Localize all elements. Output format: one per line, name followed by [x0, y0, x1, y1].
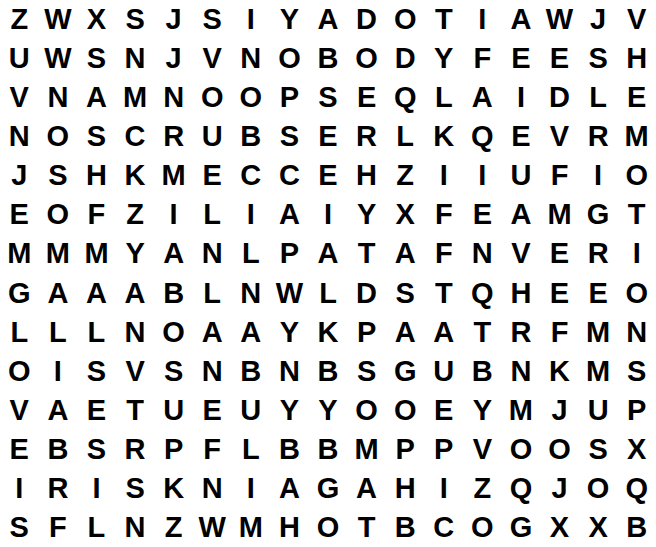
cell-r3c14[interactable]: I [502, 78, 541, 117]
cell-r14c9[interactable]: O [309, 508, 348, 547]
cell-r4c13[interactable]: Q [463, 117, 502, 156]
cell-r9c1[interactable]: L [0, 313, 39, 352]
cell-r5c3[interactable]: H [77, 156, 116, 195]
cell-r3c3[interactable]: A [77, 78, 116, 117]
cell-r12c17[interactable]: X [617, 430, 656, 469]
cell-r3c11[interactable]: Q [386, 78, 425, 117]
cell-r14c3[interactable]: L [77, 508, 116, 547]
cell-r11c9[interactable]: Y [309, 391, 348, 430]
cell-r5c10[interactable]: H [347, 156, 386, 195]
cell-r4c9[interactable]: E [309, 117, 348, 156]
cell-r12c13[interactable]: V [463, 430, 502, 469]
cell-r9c5[interactable]: O [154, 313, 193, 352]
cell-r7c10[interactable]: T [347, 234, 386, 273]
cell-r1c9[interactable]: A [309, 0, 348, 39]
cell-r5c4[interactable]: K [116, 156, 155, 195]
cell-r2c8[interactable]: O [270, 39, 309, 78]
cell-r10c8[interactable]: N [270, 352, 309, 391]
cell-r4c2[interactable]: O [39, 117, 78, 156]
cell-r3c2[interactable]: N [39, 78, 78, 117]
cell-r4c17[interactable]: M [617, 117, 656, 156]
cell-r11c12[interactable]: E [424, 391, 463, 430]
cell-r5c14[interactable]: U [502, 156, 541, 195]
word-search-grid: ZWXSJSIYADOTIAWJVUWSNJVNOBODYFEESHVNAMNO… [0, 0, 656, 547]
cell-r11c7[interactable]: U [232, 391, 271, 430]
cell-r5c13[interactable]: I [463, 156, 502, 195]
cell-r6c10[interactable]: Y [347, 195, 386, 234]
cell-r1c16[interactable]: J [579, 0, 618, 39]
cell-r2c14[interactable]: E [502, 39, 541, 78]
cell-r3c8[interactable]: P [270, 78, 309, 117]
cell-r13c1[interactable]: I [0, 469, 39, 508]
cell-r8c13[interactable]: Q [463, 274, 502, 313]
cell-r10c5[interactable]: S [154, 352, 193, 391]
cell-r5c1[interactable]: J [0, 156, 39, 195]
cell-r4c5[interactable]: R [154, 117, 193, 156]
cell-r7c6[interactable]: N [193, 234, 232, 273]
cell-r8c12[interactable]: T [424, 274, 463, 313]
cell-r1c17[interactable]: V [617, 0, 656, 39]
cell-r13c6[interactable]: N [193, 469, 232, 508]
cell-r10c11[interactable]: G [386, 352, 425, 391]
cell-r13c3[interactable]: I [77, 469, 116, 508]
cell-r11c1[interactable]: V [0, 391, 39, 430]
cell-r8c4[interactable]: A [116, 274, 155, 313]
cell-r4c11[interactable]: L [386, 117, 425, 156]
cell-r4c10[interactable]: R [347, 117, 386, 156]
cell-r4c3[interactable]: S [77, 117, 116, 156]
cell-r8c10[interactable]: D [347, 274, 386, 313]
cell-r8c3[interactable]: A [77, 274, 116, 313]
cell-r2c11[interactable]: D [386, 39, 425, 78]
cell-r8c7[interactable]: N [232, 274, 271, 313]
cell-r14c17[interactable]: B [617, 508, 656, 547]
cell-r2c10[interactable]: O [347, 39, 386, 78]
cell-r1c2[interactable]: W [39, 0, 78, 39]
cell-r6c15[interactable]: M [540, 195, 579, 234]
cell-r12c14[interactable]: O [502, 430, 541, 469]
cell-r12c12[interactable]: P [424, 430, 463, 469]
cell-r8c9[interactable]: L [309, 274, 348, 313]
cell-r5c17[interactable]: O [617, 156, 656, 195]
cell-r11c5[interactable]: U [154, 391, 193, 430]
cell-r8c6[interactable]: L [193, 274, 232, 313]
cell-r12c10[interactable]: M [347, 430, 386, 469]
cell-r9c9[interactable]: K [309, 313, 348, 352]
cell-r10c1[interactable]: O [0, 352, 39, 391]
cell-r10c4[interactable]: V [116, 352, 155, 391]
cell-r1c6[interactable]: S [193, 0, 232, 39]
cell-r3c5[interactable]: N [154, 78, 193, 117]
cell-r8c15[interactable]: E [540, 274, 579, 313]
cell-r10c9[interactable]: B [309, 352, 348, 391]
cell-r12c8[interactable]: B [270, 430, 309, 469]
cell-r13c5[interactable]: K [154, 469, 193, 508]
cell-r12c16[interactable]: S [579, 430, 618, 469]
cell-r10c7[interactable]: B [232, 352, 271, 391]
cell-r12c9[interactable]: B [309, 430, 348, 469]
cell-r6c2[interactable]: O [39, 195, 78, 234]
cell-r2c17[interactable]: H [617, 39, 656, 78]
cell-r13c13[interactable]: Z [463, 469, 502, 508]
cell-r14c4[interactable]: N [116, 508, 155, 547]
cell-r10c14[interactable]: N [502, 352, 541, 391]
cell-r6c1[interactable]: E [0, 195, 39, 234]
cell-r12c4[interactable]: R [116, 430, 155, 469]
cell-r9c17[interactable]: N [617, 313, 656, 352]
cell-r5c16[interactable]: I [579, 156, 618, 195]
cell-r8c8[interactable]: W [270, 274, 309, 313]
cell-r7c15[interactable]: E [540, 234, 579, 273]
cell-r2c1[interactable]: U [0, 39, 39, 78]
cell-r14c14[interactable]: G [502, 508, 541, 547]
cell-r10c15[interactable]: K [540, 352, 579, 391]
cell-r9c15[interactable]: F [540, 313, 579, 352]
cell-r14c13[interactable]: O [463, 508, 502, 547]
cell-r3c7[interactable]: O [232, 78, 271, 117]
cell-r2c7[interactable]: N [232, 39, 271, 78]
cell-r5c8[interactable]: C [270, 156, 309, 195]
cell-r3c9[interactable]: S [309, 78, 348, 117]
cell-r7c5[interactable]: A [154, 234, 193, 273]
cell-r7c12[interactable]: F [424, 234, 463, 273]
cell-r5c2[interactable]: S [39, 156, 78, 195]
cell-r8c1[interactable]: G [0, 274, 39, 313]
cell-r2c4[interactable]: N [116, 39, 155, 78]
cell-r5c9[interactable]: E [309, 156, 348, 195]
cell-r8c16[interactable]: E [579, 274, 618, 313]
cell-r3c13[interactable]: A [463, 78, 502, 117]
cell-r3c16[interactable]: L [579, 78, 618, 117]
cell-r4c15[interactable]: V [540, 117, 579, 156]
cell-r11c16[interactable]: U [579, 391, 618, 430]
cell-r13c16[interactable]: O [579, 469, 618, 508]
cell-r9c3[interactable]: L [77, 313, 116, 352]
cell-r3c4[interactable]: M [116, 78, 155, 117]
cell-r1c1[interactable]: Z [0, 0, 39, 39]
cell-r13c12[interactable]: I [424, 469, 463, 508]
cell-r7c11[interactable]: A [386, 234, 425, 273]
cell-r7c8[interactable]: P [270, 234, 309, 273]
cell-r7c14[interactable]: V [502, 234, 541, 273]
cell-r9c16[interactable]: M [579, 313, 618, 352]
cell-r10c13[interactable]: B [463, 352, 502, 391]
cell-r7c3[interactable]: M [77, 234, 116, 273]
cell-r13c10[interactable]: A [347, 469, 386, 508]
cell-r14c1[interactable]: S [0, 508, 39, 547]
cell-r8c17[interactable]: O [617, 274, 656, 313]
cell-r14c2[interactable]: F [39, 508, 78, 547]
cell-r6c9[interactable]: I [309, 195, 348, 234]
cell-r6c7[interactable]: I [232, 195, 271, 234]
cell-r2c9[interactable]: B [309, 39, 348, 78]
cell-r10c6[interactable]: N [193, 352, 232, 391]
cell-r9c4[interactable]: N [116, 313, 155, 352]
cell-r1c7[interactable]: I [232, 0, 271, 39]
cell-r1c15[interactable]: W [540, 0, 579, 39]
cell-r2c16[interactable]: S [579, 39, 618, 78]
cell-r5c7[interactable]: C [232, 156, 271, 195]
cell-r8c2[interactable]: A [39, 274, 78, 313]
cell-r13c11[interactable]: H [386, 469, 425, 508]
cell-r6c17[interactable]: T [617, 195, 656, 234]
cell-r7c9[interactable]: A [309, 234, 348, 273]
cell-r7c4[interactable]: Y [116, 234, 155, 273]
cell-r11c6[interactable]: E [193, 391, 232, 430]
cell-r9c13[interactable]: T [463, 313, 502, 352]
cell-r1c3[interactable]: X [77, 0, 116, 39]
cell-r4c4[interactable]: C [116, 117, 155, 156]
cell-r4c14[interactable]: E [502, 117, 541, 156]
cell-r7c1[interactable]: M [0, 234, 39, 273]
cell-r6c14[interactable]: A [502, 195, 541, 234]
cell-r12c2[interactable]: B [39, 430, 78, 469]
cell-r1c5[interactable]: J [154, 0, 193, 39]
cell-r4c8[interactable]: S [270, 117, 309, 156]
cell-r6c12[interactable]: F [424, 195, 463, 234]
cell-r14c6[interactable]: W [193, 508, 232, 547]
cell-r2c6[interactable]: V [193, 39, 232, 78]
cell-r6c6[interactable]: L [193, 195, 232, 234]
cell-r3c1[interactable]: V [0, 78, 39, 117]
cell-r5c6[interactable]: E [193, 156, 232, 195]
cell-r9c11[interactable]: A [386, 313, 425, 352]
cell-r9c8[interactable]: Y [270, 313, 309, 352]
cell-r6c3[interactable]: F [77, 195, 116, 234]
cell-r12c7[interactable]: L [232, 430, 271, 469]
cell-r6c16[interactable]: G [579, 195, 618, 234]
cell-r10c3[interactable]: S [77, 352, 116, 391]
cell-r12c11[interactable]: P [386, 430, 425, 469]
cell-r3c10[interactable]: E [347, 78, 386, 117]
cell-r14c10[interactable]: T [347, 508, 386, 547]
cell-r10c17[interactable]: S [617, 352, 656, 391]
cell-r12c15[interactable]: O [540, 430, 579, 469]
cell-r14c8[interactable]: H [270, 508, 309, 547]
cell-r1c8[interactable]: Y [270, 0, 309, 39]
cell-r10c10[interactable]: S [347, 352, 386, 391]
cell-r11c10[interactable]: O [347, 391, 386, 430]
cell-r2c12[interactable]: Y [424, 39, 463, 78]
cell-r9c10[interactable]: P [347, 313, 386, 352]
cell-r7c7[interactable]: L [232, 234, 271, 273]
cell-r13c7[interactable]: I [232, 469, 271, 508]
cell-r13c4[interactable]: S [116, 469, 155, 508]
cell-r12c3[interactable]: S [77, 430, 116, 469]
cell-r11c2[interactable]: A [39, 391, 78, 430]
cell-r13c2[interactable]: R [39, 469, 78, 508]
cell-r1c12[interactable]: T [424, 0, 463, 39]
cell-r13c17[interactable]: Q [617, 469, 656, 508]
cell-r6c11[interactable]: X [386, 195, 425, 234]
cell-r6c4[interactable]: Z [116, 195, 155, 234]
cell-r11c11[interactable]: O [386, 391, 425, 430]
cell-r12c5[interactable]: P [154, 430, 193, 469]
cell-r2c15[interactable]: E [540, 39, 579, 78]
cell-r14c5[interactable]: Z [154, 508, 193, 547]
cell-r4c7[interactable]: B [232, 117, 271, 156]
cell-r11c13[interactable]: Y [463, 391, 502, 430]
cell-r13c9[interactable]: G [309, 469, 348, 508]
cell-r7c13[interactable]: N [463, 234, 502, 273]
cell-r13c15[interactable]: J [540, 469, 579, 508]
cell-r8c14[interactable]: H [502, 274, 541, 313]
cell-r6c13[interactable]: E [463, 195, 502, 234]
cell-r9c14[interactable]: R [502, 313, 541, 352]
cell-r14c12[interactable]: C [424, 508, 463, 547]
cell-r6c5[interactable]: I [154, 195, 193, 234]
cell-r11c17[interactable]: P [617, 391, 656, 430]
cell-r9c6[interactable]: A [193, 313, 232, 352]
cell-r8c5[interactable]: B [154, 274, 193, 313]
cell-r2c13[interactable]: F [463, 39, 502, 78]
cell-r1c14[interactable]: A [502, 0, 541, 39]
cell-r14c15[interactable]: X [540, 508, 579, 547]
cell-r4c1[interactable]: N [0, 117, 39, 156]
cell-r14c16[interactable]: X [579, 508, 618, 547]
cell-r6c8[interactable]: A [270, 195, 309, 234]
cell-r7c2[interactable]: M [39, 234, 78, 273]
cell-r3c15[interactable]: D [540, 78, 579, 117]
cell-r10c12[interactable]: U [424, 352, 463, 391]
cell-r4c12[interactable]: K [424, 117, 463, 156]
cell-r3c6[interactable]: O [193, 78, 232, 117]
cell-r11c15[interactable]: J [540, 391, 579, 430]
cell-r12c1[interactable]: E [0, 430, 39, 469]
cell-r14c11[interactable]: B [386, 508, 425, 547]
cell-r8c11[interactable]: S [386, 274, 425, 313]
cell-r10c2[interactable]: I [39, 352, 78, 391]
cell-r11c8[interactable]: Y [270, 391, 309, 430]
cell-r13c8[interactable]: A [270, 469, 309, 508]
cell-r11c4[interactable]: T [116, 391, 155, 430]
cell-r7c16[interactable]: R [579, 234, 618, 273]
cell-r9c12[interactable]: A [424, 313, 463, 352]
cell-r5c11[interactable]: Z [386, 156, 425, 195]
cell-r13c14[interactable]: Q [502, 469, 541, 508]
cell-r11c14[interactable]: M [502, 391, 541, 430]
cell-r4c6[interactable]: U [193, 117, 232, 156]
cell-r1c11[interactable]: O [386, 0, 425, 39]
cell-r9c2[interactable]: L [39, 313, 78, 352]
cell-r1c13[interactable]: I [463, 0, 502, 39]
cell-r2c3[interactable]: S [77, 39, 116, 78]
cell-r11c3[interactable]: E [77, 391, 116, 430]
cell-r1c4[interactable]: S [116, 0, 155, 39]
cell-r3c12[interactable]: L [424, 78, 463, 117]
cell-r4c16[interactable]: R [579, 117, 618, 156]
cell-r10c16[interactable]: M [579, 352, 618, 391]
cell-r12c6[interactable]: F [193, 430, 232, 469]
cell-r2c5[interactable]: J [154, 39, 193, 78]
cell-r14c7[interactable]: M [232, 508, 271, 547]
cell-r5c15[interactable]: F [540, 156, 579, 195]
cell-r9c7[interactable]: A [232, 313, 271, 352]
cell-r7c17[interactable]: I [617, 234, 656, 273]
cell-r5c5[interactable]: M [154, 156, 193, 195]
cell-r1c10[interactable]: D [347, 0, 386, 39]
cell-r3c17[interactable]: E [617, 78, 656, 117]
cell-r2c2[interactable]: W [39, 39, 78, 78]
cell-r5c12[interactable]: I [424, 156, 463, 195]
